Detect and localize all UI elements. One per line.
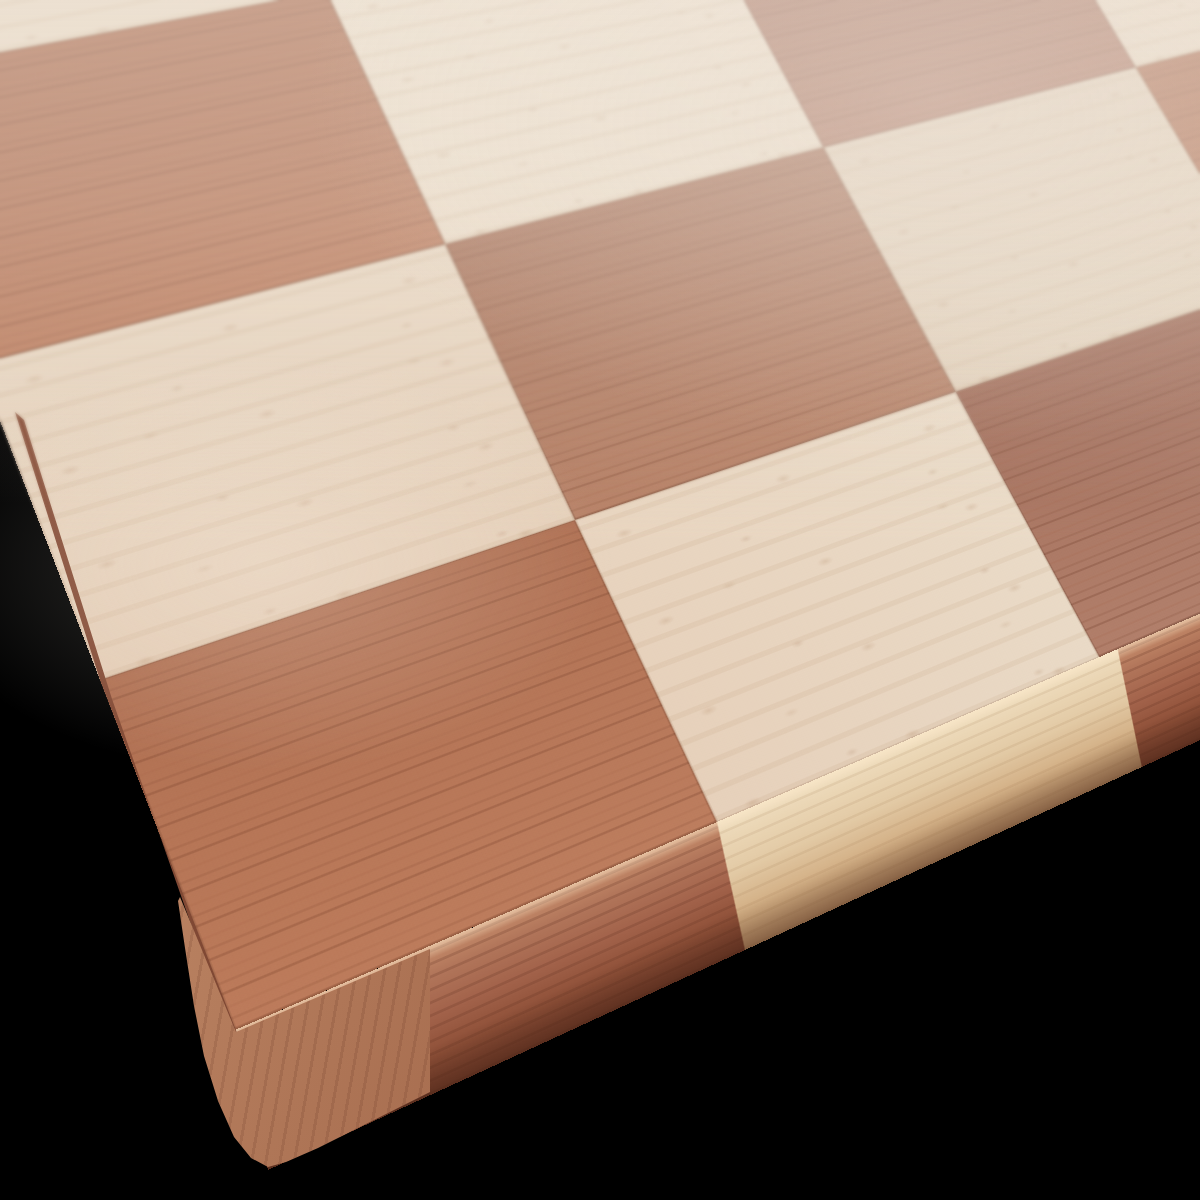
board-photo-stage [0, 0, 1200, 1200]
